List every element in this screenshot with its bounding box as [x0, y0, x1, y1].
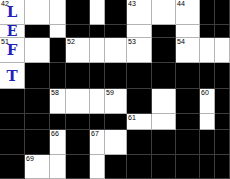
- entered-letter: E: [0, 25, 24, 37]
- clue-number: 67: [91, 130, 99, 138]
- white-cell-r0c2[interactable]: [50, 0, 66, 25]
- white-cell-r2c0[interactable]: 51F: [0, 38, 25, 63]
- entered-letter: L: [0, 0, 24, 24]
- black-cell-r0c10: [215, 0, 230, 25]
- white-cell-r4c7[interactable]: [152, 89, 176, 114]
- black-cell-r6c6: [127, 130, 152, 155]
- white-cell-r5c6[interactable]: 61: [127, 114, 152, 130]
- black-cell-r7c6: [127, 155, 152, 179]
- white-cell-r7c4[interactable]: [90, 155, 105, 179]
- white-cell-r4c9[interactable]: 60: [200, 89, 215, 114]
- black-cell-r7c7: [152, 155, 176, 179]
- white-cell-r2c4[interactable]: [90, 38, 105, 63]
- black-cell-r1c3: [66, 25, 90, 38]
- white-cell-r4c5[interactable]: 59: [105, 89, 127, 114]
- black-cell-r3c10: [215, 63, 230, 89]
- clue-number: 53: [128, 38, 136, 46]
- black-cell-r3c9: [200, 63, 215, 89]
- black-cell-r7c0: [0, 155, 25, 179]
- white-cell-r5c9[interactable]: [200, 114, 215, 130]
- black-cell-r4c1: [25, 89, 50, 114]
- black-cell-r6c7: [152, 130, 176, 155]
- black-cell-r0c5: [105, 0, 127, 25]
- white-cell-r1c0[interactable]: E: [0, 25, 25, 38]
- clue-number: 58: [51, 89, 59, 97]
- white-cell-r0c8[interactable]: 44: [176, 0, 200, 25]
- white-cell-r2c6[interactable]: 53: [127, 38, 152, 63]
- black-cell-r3c7: [152, 63, 176, 89]
- black-cell-r6c3: [66, 130, 90, 155]
- black-cell-r3c3: [66, 63, 90, 89]
- white-cell-r4c3[interactable]: [66, 89, 90, 114]
- black-cell-r1c9: [200, 25, 215, 38]
- black-cell-r7c5: [105, 155, 127, 179]
- black-cell-r5c2: [50, 114, 66, 130]
- white-cell-r1c2[interactable]: [50, 25, 66, 38]
- black-cell-r4c6: [127, 89, 152, 114]
- white-cell-r0c7[interactable]: [152, 0, 176, 25]
- entered-letter: F: [0, 38, 24, 62]
- black-cell-r3c6: [127, 63, 152, 89]
- black-cell-r1c1: [25, 25, 50, 38]
- black-cell-r0c3: [66, 0, 90, 25]
- black-cell-r7c8: [176, 155, 200, 179]
- white-cell-r6c4[interactable]: 67: [90, 130, 105, 155]
- black-cell-r3c8: [176, 63, 200, 89]
- white-cell-r2c10[interactable]: [215, 38, 230, 63]
- black-cell-r1c10: [215, 25, 230, 38]
- black-cell-r3c1: [25, 63, 50, 89]
- clue-number: 52: [67, 38, 75, 46]
- white-cell-r6c2[interactable]: 66: [50, 130, 66, 155]
- white-cell-r2c5[interactable]: [105, 38, 127, 63]
- black-cell-r6c9: [200, 130, 215, 155]
- black-cell-r5c8: [176, 114, 200, 130]
- black-cell-r1c5: [105, 25, 127, 38]
- white-cell-r1c6[interactable]: [127, 25, 152, 38]
- black-cell-r6c0: [0, 130, 25, 155]
- black-cell-r2c7: [152, 38, 176, 63]
- clue-number: 61: [128, 114, 136, 122]
- black-cell-r4c8: [176, 89, 200, 114]
- white-cell-r0c6[interactable]: 43: [127, 0, 152, 25]
- black-cell-r5c1: [25, 114, 50, 130]
- white-cell-r2c9[interactable]: [200, 38, 215, 63]
- white-cell-r7c2[interactable]: [50, 155, 66, 179]
- clue-number: 44: [177, 0, 185, 8]
- crossword-app-viewport: 42L4344E51F525354T58596061666769: [0, 0, 230, 179]
- clue-number: 69: [26, 155, 34, 163]
- white-cell-r4c4[interactable]: [90, 89, 105, 114]
- white-cell-r5c7[interactable]: [152, 114, 176, 130]
- black-cell-r7c9: [200, 155, 215, 179]
- black-cell-r0c9: [200, 0, 215, 25]
- white-cell-r0c0[interactable]: 42L: [0, 0, 25, 25]
- white-cell-r4c2[interactable]: 58: [50, 89, 66, 114]
- black-cell-r6c8: [176, 130, 200, 155]
- clue-number: 66: [51, 130, 59, 138]
- white-cell-r0c4[interactable]: [90, 0, 105, 25]
- entered-letter: T: [0, 63, 24, 88]
- white-cell-r7c1[interactable]: 69: [25, 155, 50, 179]
- black-cell-r6c10: [215, 130, 230, 155]
- crossword-grid: 42L4344E51F525354T58596061666769: [0, 0, 230, 179]
- white-cell-r0c1[interactable]: [25, 0, 50, 25]
- black-cell-r3c5: [105, 63, 127, 89]
- black-cell-r1c4: [90, 25, 105, 38]
- black-cell-r5c3: [66, 114, 90, 130]
- white-cell-r2c8[interactable]: 54: [176, 38, 200, 63]
- black-cell-r5c0: [0, 114, 25, 130]
- black-cell-r1c7: [152, 25, 176, 38]
- white-cell-r2c3[interactable]: 52: [66, 38, 90, 63]
- white-cell-r6c5[interactable]: [105, 130, 127, 155]
- black-cell-r6c1: [25, 130, 50, 155]
- white-cell-r2c1[interactable]: [25, 38, 50, 63]
- clue-number: 60: [201, 89, 209, 97]
- black-cell-r5c10: [215, 114, 230, 130]
- black-cell-r7c10: [215, 155, 230, 179]
- clue-number: 43: [128, 0, 136, 8]
- black-cell-r3c2: [50, 63, 66, 89]
- black-cell-r3c4: [90, 63, 105, 89]
- black-cell-r5c5: [105, 114, 127, 130]
- black-cell-r5c4: [90, 114, 105, 130]
- clue-number: 59: [106, 89, 114, 97]
- black-cell-r4c10: [215, 89, 230, 114]
- clue-number: 54: [177, 38, 185, 46]
- white-cell-r3c0[interactable]: T: [0, 63, 25, 89]
- black-cell-r7c3: [66, 155, 90, 179]
- black-cell-r2c2: [50, 38, 66, 63]
- white-cell-r1c8[interactable]: [176, 25, 200, 38]
- black-cell-r4c0: [0, 89, 25, 114]
